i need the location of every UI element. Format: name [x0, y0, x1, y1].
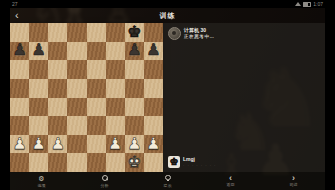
square-g5[interactable]: [125, 79, 144, 98]
avatar-king-icon: ♚: [170, 157, 179, 167]
lightbulb-icon: [165, 175, 170, 183]
square-h8[interactable]: [144, 23, 163, 42]
square-d7[interactable]: [67, 42, 86, 61]
hint-label: 提示: [164, 184, 172, 188]
square-e5[interactable]: [87, 79, 106, 98]
square-b1[interactable]: [29, 153, 48, 172]
square-c8[interactable]: [48, 23, 67, 42]
white-pawn[interactable]: ♟: [108, 136, 122, 152]
square-e1[interactable]: [87, 153, 106, 172]
square-a3[interactable]: [10, 116, 29, 135]
player-name: Lmgj: [183, 156, 216, 163]
header-bar: ‹ 训练: [10, 8, 325, 23]
back-move-button[interactable]: ‹ 返回: [199, 172, 262, 190]
square-a2[interactable]: ♟: [10, 135, 29, 154]
square-c6[interactable]: [48, 60, 67, 79]
square-a4[interactable]: [10, 98, 29, 117]
black-king[interactable]: ♚: [127, 24, 141, 40]
square-c3[interactable]: [48, 116, 67, 135]
player-row[interactable]: ♚ Lmgj · · · · · · · ·: [168, 156, 320, 168]
white-pawn[interactable]: ♟: [146, 136, 160, 152]
bottom-toolbar: ⚙ 选项 分析 提示 ‹ 返回 › 前进: [10, 172, 325, 190]
square-f1[interactable]: [106, 153, 125, 172]
square-h7[interactable]: ♟: [144, 42, 163, 61]
square-d2[interactable]: [67, 135, 86, 154]
back-move-label: 返回: [227, 183, 235, 187]
square-f2[interactable]: ♟: [106, 135, 125, 154]
square-f7[interactable]: [106, 42, 125, 61]
square-a6[interactable]: [10, 60, 29, 79]
square-f3[interactable]: [106, 116, 125, 135]
white-pawn[interactable]: ♟: [127, 136, 141, 152]
square-e6[interactable]: [87, 60, 106, 79]
black-pawn[interactable]: ♟: [12, 42, 26, 58]
square-b4[interactable]: [29, 98, 48, 117]
back-arrow-icon[interactable]: ‹: [10, 10, 24, 20]
square-g6[interactable]: [125, 60, 144, 79]
square-g3[interactable]: [125, 116, 144, 135]
white-pawn[interactable]: ♟: [12, 136, 26, 152]
page-title: 训练: [160, 11, 176, 21]
white-pawn[interactable]: ♟: [32, 136, 46, 152]
square-b3[interactable]: [29, 116, 48, 135]
options-button[interactable]: ⚙ 选项: [10, 172, 73, 190]
forward-move-label: 前进: [290, 183, 298, 187]
square-a8[interactable]: [10, 23, 29, 42]
square-g4[interactable]: [125, 98, 144, 117]
wifi-icon: [295, 2, 301, 6]
square-b5[interactable]: [29, 79, 48, 98]
square-b8[interactable]: [29, 23, 48, 42]
square-g1[interactable]: ♚: [125, 153, 144, 172]
square-g7[interactable]: ♟: [125, 42, 144, 61]
black-pawn[interactable]: ♟: [32, 42, 46, 58]
chevron-right-icon: ›: [292, 174, 295, 182]
opponent-row[interactable]: 计算机 30 正在思考中…: [168, 27, 320, 40]
square-d5[interactable]: [67, 79, 86, 98]
square-b7[interactable]: ♟: [29, 42, 48, 61]
analysis-label: 分析: [101, 184, 109, 188]
square-g2[interactable]: ♟: [125, 135, 144, 154]
square-d1[interactable]: [67, 153, 86, 172]
black-pawn[interactable]: ♟: [146, 42, 160, 58]
computer-avatar: [168, 27, 181, 40]
player-avatar: ♚: [168, 156, 180, 168]
app-content: ♘♗ ♙ ♞ ♞ ♟ ♝ ‹ 训练 ♚♟♟♟♟♟♟♟♟♟♟♚ 计算机 30 正在…: [10, 8, 325, 190]
gear-icon: ⚙: [38, 175, 44, 183]
options-label: 选项: [38, 184, 46, 188]
square-g8[interactable]: ♚: [125, 23, 144, 42]
status-bar: 27 1:07: [0, 0, 335, 8]
square-e8[interactable]: [87, 23, 106, 42]
square-d4[interactable]: [67, 98, 86, 117]
square-e3[interactable]: [87, 116, 106, 135]
square-b6[interactable]: [29, 60, 48, 79]
square-c2[interactable]: ♟: [48, 135, 67, 154]
square-d3[interactable]: [67, 116, 86, 135]
status-left: 27: [12, 1, 18, 7]
square-f4[interactable]: [106, 98, 125, 117]
square-h2[interactable]: ♟: [144, 135, 163, 154]
magnifier-icon: [102, 175, 108, 183]
square-a1[interactable]: [10, 153, 29, 172]
square-a5[interactable]: [10, 79, 29, 98]
square-b2[interactable]: ♟: [29, 135, 48, 154]
square-f6[interactable]: [106, 60, 125, 79]
square-c1[interactable]: [48, 153, 67, 172]
square-h3[interactable]: [144, 116, 163, 135]
square-e7[interactable]: [87, 42, 106, 61]
battery-icon: [303, 2, 311, 7]
clock-text: 1:07: [313, 1, 323, 7]
square-f8[interactable]: [106, 23, 125, 42]
square-c5[interactable]: [48, 79, 67, 98]
hint-button[interactable]: 提示: [136, 172, 199, 190]
analysis-button[interactable]: 分析: [73, 172, 136, 190]
chevron-left-icon: ‹: [229, 174, 232, 182]
square-f5[interactable]: [106, 79, 125, 98]
square-d8[interactable]: [67, 23, 86, 42]
square-h4[interactable]: [144, 98, 163, 117]
white-king[interactable]: ♚: [127, 154, 141, 170]
opponent-status: 正在思考中…: [184, 34, 215, 40]
square-d6[interactable]: [67, 60, 86, 79]
game-panel: 计算机 30 正在思考中… ♚ Lmgj · · · · · · · ·: [163, 23, 325, 172]
square-c4[interactable]: [48, 98, 67, 117]
forward-move-button[interactable]: › 前进: [262, 172, 325, 190]
white-pawn[interactable]: ♟: [51, 136, 65, 152]
square-c7[interactable]: [48, 42, 67, 61]
chess-board[interactable]: ♚♟♟♟♟♟♟♟♟♟♟♚: [10, 23, 163, 172]
notification-text: 27: [12, 1, 18, 7]
status-right: 1:07: [295, 1, 323, 7]
black-pawn[interactable]: ♟: [127, 42, 141, 58]
square-h5[interactable]: [144, 79, 163, 98]
square-a7[interactable]: ♟: [10, 42, 29, 61]
opponent-name: 计算机 30: [184, 27, 215, 34]
square-e4[interactable]: [87, 98, 106, 117]
square-e2[interactable]: [87, 135, 106, 154]
player-subtext: · · · · · · · ·: [183, 163, 216, 168]
square-h1[interactable]: [144, 153, 163, 172]
square-h6[interactable]: [144, 60, 163, 79]
